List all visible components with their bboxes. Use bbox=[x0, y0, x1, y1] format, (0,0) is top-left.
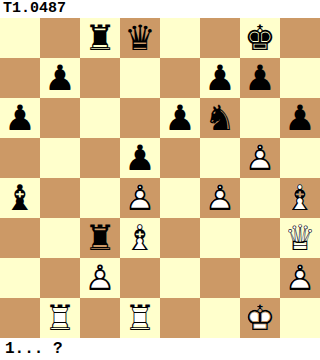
board-square-b8[interactable] bbox=[40, 18, 80, 58]
piece-outline: ♖ bbox=[40, 298, 80, 338]
board-square-d6[interactable] bbox=[120, 98, 160, 138]
board-square-c5[interactable] bbox=[80, 138, 120, 178]
black-pawn-piece: ♟ bbox=[0, 98, 40, 138]
piece-glyph: ♚ bbox=[240, 18, 280, 58]
piece-glyph: ♟ bbox=[0, 98, 40, 138]
piece-glyph: ♜ bbox=[80, 18, 120, 58]
board-square-d8[interactable]: ♛ bbox=[120, 18, 160, 58]
board-square-a2[interactable] bbox=[0, 258, 40, 298]
piece-glyph: ♟ bbox=[40, 58, 80, 98]
piece-glyph: ♛ bbox=[120, 18, 160, 58]
piece-outline: ♙ bbox=[200, 178, 240, 218]
black-rook-piece: ♜ bbox=[80, 218, 120, 258]
board-square-e7[interactable] bbox=[160, 58, 200, 98]
board-square-b4[interactable] bbox=[40, 178, 80, 218]
piece-outline: ♙ bbox=[120, 178, 160, 218]
white-pawn-piece: ♟♙ bbox=[120, 178, 160, 218]
black-pawn-piece: ♟ bbox=[280, 98, 320, 138]
board-square-a8[interactable] bbox=[0, 18, 40, 58]
board-square-e5[interactable] bbox=[160, 138, 200, 178]
board-square-h4[interactable]: ♝♗ bbox=[280, 178, 320, 218]
white-bishop-piece: ♝♗ bbox=[280, 178, 320, 218]
board-square-g7[interactable]: ♟ bbox=[240, 58, 280, 98]
white-rook-piece: ♜♖ bbox=[120, 298, 160, 338]
black-queen-piece: ♛ bbox=[120, 18, 160, 58]
board-square-c1[interactable] bbox=[80, 298, 120, 338]
board-square-a4[interactable]: ♝ bbox=[0, 178, 40, 218]
piece-glyph: ♟ bbox=[200, 58, 240, 98]
board-square-d1[interactable]: ♜♖ bbox=[120, 298, 160, 338]
white-pawn-piece: ♟♙ bbox=[280, 258, 320, 298]
move-prompt: 1... ? bbox=[5, 338, 63, 360]
piece-glyph: ♞ bbox=[200, 98, 240, 138]
board-square-c7[interactable] bbox=[80, 58, 120, 98]
black-pawn-piece: ♟ bbox=[160, 98, 200, 138]
board-square-d5[interactable]: ♟ bbox=[120, 138, 160, 178]
board-square-c8[interactable]: ♜ bbox=[80, 18, 120, 58]
white-bishop-piece: ♝♗ bbox=[120, 218, 160, 258]
board-square-h7[interactable] bbox=[280, 58, 320, 98]
board-square-g3[interactable] bbox=[240, 218, 280, 258]
board-square-a7[interactable] bbox=[0, 58, 40, 98]
black-king-piece: ♚ bbox=[240, 18, 280, 58]
board-square-d7[interactable] bbox=[120, 58, 160, 98]
board-square-c4[interactable] bbox=[80, 178, 120, 218]
board-square-d4[interactable]: ♟♙ bbox=[120, 178, 160, 218]
board-square-g1[interactable]: ♚♔ bbox=[240, 298, 280, 338]
piece-outline: ♗ bbox=[120, 218, 160, 258]
piece-outline: ♔ bbox=[240, 298, 280, 338]
piece-glyph: ♟ bbox=[240, 58, 280, 98]
board-square-d2[interactable] bbox=[120, 258, 160, 298]
board-square-f8[interactable] bbox=[200, 18, 240, 58]
board-square-f1[interactable] bbox=[200, 298, 240, 338]
black-pawn-piece: ♟ bbox=[240, 58, 280, 98]
board-square-b7[interactable]: ♟ bbox=[40, 58, 80, 98]
board-square-d3[interactable]: ♝♗ bbox=[120, 218, 160, 258]
black-pawn-piece: ♟ bbox=[40, 58, 80, 98]
white-pawn-piece: ♟♙ bbox=[200, 178, 240, 218]
board-square-h6[interactable]: ♟ bbox=[280, 98, 320, 138]
piece-outline: ♙ bbox=[80, 258, 120, 298]
black-bishop-piece: ♝ bbox=[0, 178, 40, 218]
board-square-e1[interactable] bbox=[160, 298, 200, 338]
board-square-f5[interactable] bbox=[200, 138, 240, 178]
board-square-b3[interactable] bbox=[40, 218, 80, 258]
piece-glyph: ♟ bbox=[120, 138, 160, 178]
board-square-g8[interactable]: ♚ bbox=[240, 18, 280, 58]
piece-outline: ♗ bbox=[280, 178, 320, 218]
board-square-h8[interactable] bbox=[280, 18, 320, 58]
black-knight-piece: ♞ bbox=[200, 98, 240, 138]
white-pawn-piece: ♟♙ bbox=[80, 258, 120, 298]
black-rook-piece: ♜ bbox=[80, 18, 120, 58]
board-square-e6[interactable]: ♟ bbox=[160, 98, 200, 138]
board-square-h1[interactable] bbox=[280, 298, 320, 338]
board-square-f6[interactable]: ♞ bbox=[200, 98, 240, 138]
board-square-e8[interactable] bbox=[160, 18, 200, 58]
piece-glyph: ♝ bbox=[0, 178, 40, 218]
board-square-e3[interactable] bbox=[160, 218, 200, 258]
board-square-c2[interactable]: ♟♙ bbox=[80, 258, 120, 298]
piece-outline: ♙ bbox=[240, 138, 280, 178]
puzzle-page: T1.0487 ♜♛♚♟♟♟♟♟♞♟♟♟♙♝♟♙♟♙♝♗♜♝♗♛♕♟♙♟♙♜♖♜… bbox=[0, 0, 320, 360]
puzzle-title: T1.0487 bbox=[3, 0, 66, 18]
white-queen-piece: ♛♕ bbox=[280, 218, 320, 258]
board-square-b5[interactable] bbox=[40, 138, 80, 178]
board-square-b1[interactable]: ♜♖ bbox=[40, 298, 80, 338]
white-rook-piece: ♜♖ bbox=[40, 298, 80, 338]
board-square-h3[interactable]: ♛♕ bbox=[280, 218, 320, 258]
board-square-a5[interactable] bbox=[0, 138, 40, 178]
board-square-f3[interactable] bbox=[200, 218, 240, 258]
board-square-h5[interactable] bbox=[280, 138, 320, 178]
board-square-f7[interactable]: ♟ bbox=[200, 58, 240, 98]
board-square-g5[interactable]: ♟♙ bbox=[240, 138, 280, 178]
black-pawn-piece: ♟ bbox=[120, 138, 160, 178]
piece-glyph: ♜ bbox=[80, 218, 120, 258]
piece-outline: ♙ bbox=[280, 258, 320, 298]
board-square-b2[interactable] bbox=[40, 258, 80, 298]
piece-outline: ♖ bbox=[120, 298, 160, 338]
board-square-g6[interactable] bbox=[240, 98, 280, 138]
black-pawn-piece: ♟ bbox=[200, 58, 240, 98]
board-square-f4[interactable]: ♟♙ bbox=[200, 178, 240, 218]
white-pawn-piece: ♟♙ bbox=[240, 138, 280, 178]
white-king-piece: ♚♔ bbox=[240, 298, 280, 338]
chess-board: ♜♛♚♟♟♟♟♟♞♟♟♟♙♝♟♙♟♙♝♗♜♝♗♛♕♟♙♟♙♜♖♜♖♚♔ bbox=[0, 18, 320, 338]
board-square-e2[interactable] bbox=[160, 258, 200, 298]
board-square-f2[interactable] bbox=[200, 258, 240, 298]
board-square-g2[interactable] bbox=[240, 258, 280, 298]
board-square-a6[interactable]: ♟ bbox=[0, 98, 40, 138]
piece-glyph: ♟ bbox=[160, 98, 200, 138]
board-square-c6[interactable] bbox=[80, 98, 120, 138]
board-square-h2[interactable]: ♟♙ bbox=[280, 258, 320, 298]
board-square-b6[interactable] bbox=[40, 98, 80, 138]
piece-outline: ♕ bbox=[280, 218, 320, 258]
board-square-a3[interactable] bbox=[0, 218, 40, 258]
board-square-a1[interactable] bbox=[0, 298, 40, 338]
board-square-c3[interactable]: ♜ bbox=[80, 218, 120, 258]
board-square-g4[interactable] bbox=[240, 178, 280, 218]
board-square-e4[interactable] bbox=[160, 178, 200, 218]
piece-glyph: ♟ bbox=[280, 98, 320, 138]
